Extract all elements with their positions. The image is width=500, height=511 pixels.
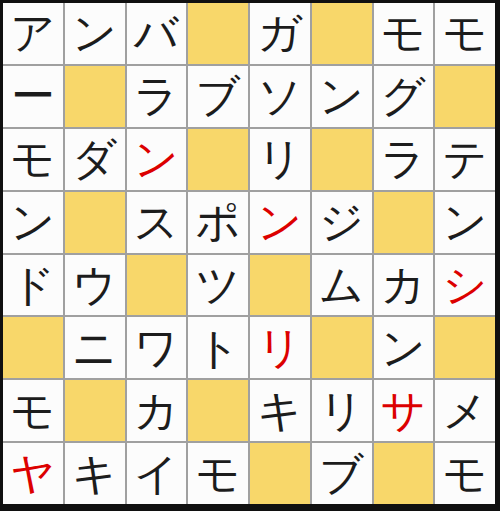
letter-cell-r5c2[interactable]: ウ [65,255,125,316]
block-cell-r6c6 [312,317,372,378]
letter-cell-r1c7[interactable]: モ [374,3,434,64]
letter-cell-r6c7[interactable]: ン [374,317,434,378]
letter-cell-r4c6[interactable]: ジ [312,192,372,253]
letter-cell-r5c4[interactable]: ツ [188,255,248,316]
letter-cell-r6c4[interactable]: ト [188,317,248,378]
block-cell-r1c4 [188,3,248,64]
block-cell-r2c8 [435,66,495,127]
letter-cell-r6c3[interactable]: ワ [127,317,187,378]
letter-cell-r8c3[interactable]: イ [127,443,187,504]
letter-cell-r2c7[interactable]: グ [374,66,434,127]
block-cell-r3c4 [188,129,248,190]
letter-cell-r7c1[interactable]: モ [3,380,63,441]
block-cell-r2c2 [65,66,125,127]
letter-cell-r1c1[interactable]: ア [3,3,63,64]
letter-cell-r3c3[interactable]: ン [127,129,187,190]
letter-cell-r5c1[interactable]: ド [3,255,63,316]
letter-cell-r3c7[interactable]: ラ [374,129,434,190]
block-cell-r5c3 [127,255,187,316]
letter-cell-r4c8[interactable]: ン [435,192,495,253]
letter-cell-r2c6[interactable]: ン [312,66,372,127]
letter-cell-r8c2[interactable]: キ [65,443,125,504]
crossword-board: アンバガモモーラブソングモダンリラテンスポンジンドウツムカシニワトリンモカキリサ… [0,0,500,511]
letter-cell-r6c5[interactable]: リ [250,317,310,378]
letter-cell-r1c8[interactable]: モ [435,3,495,64]
letter-cell-r5c8[interactable]: シ [435,255,495,316]
letter-cell-r3c8[interactable]: テ [435,129,495,190]
letter-cell-r1c5[interactable]: ガ [250,3,310,64]
letter-cell-r2c1[interactable]: ー [3,66,63,127]
letter-cell-r8c6[interactable]: ブ [312,443,372,504]
block-cell-r8c7 [374,443,434,504]
block-cell-r5c5 [250,255,310,316]
letter-cell-r6c2[interactable]: ニ [65,317,125,378]
letter-cell-r5c7[interactable]: カ [374,255,434,316]
letter-cell-r3c2[interactable]: ダ [65,129,125,190]
block-cell-r6c8 [435,317,495,378]
letter-cell-r8c8[interactable]: モ [435,443,495,504]
letter-cell-r3c5[interactable]: リ [250,129,310,190]
letter-cell-r2c4[interactable]: ブ [188,66,248,127]
block-cell-r1c6 [312,3,372,64]
block-cell-r6c1 [3,317,63,378]
block-cell-r3c6 [312,129,372,190]
block-cell-r8c5 [250,443,310,504]
letter-cell-r7c8[interactable]: メ [435,380,495,441]
letter-cell-r4c3[interactable]: ス [127,192,187,253]
letter-cell-r4c1[interactable]: ン [3,192,63,253]
letter-cell-r7c6[interactable]: リ [312,380,372,441]
letter-cell-r4c4[interactable]: ポ [188,192,248,253]
letter-cell-r7c7[interactable]: サ [374,380,434,441]
letter-cell-r7c5[interactable]: キ [250,380,310,441]
letter-cell-r5c6[interactable]: ム [312,255,372,316]
letter-cell-r1c2[interactable]: ン [65,3,125,64]
block-cell-r4c2 [65,192,125,253]
block-cell-r7c4 [188,380,248,441]
block-cell-r4c7 [374,192,434,253]
block-cell-r7c2 [65,380,125,441]
letter-cell-r2c5[interactable]: ソ [250,66,310,127]
letter-cell-r4c5[interactable]: ン [250,192,310,253]
letter-cell-r3c1[interactable]: モ [3,129,63,190]
letter-cell-r8c1[interactable]: ヤ [3,443,63,504]
letter-cell-r1c3[interactable]: バ [127,3,187,64]
letter-cell-r7c3[interactable]: カ [127,380,187,441]
letter-cell-r2c3[interactable]: ラ [127,66,187,127]
letter-cell-r8c4[interactable]: モ [188,443,248,504]
